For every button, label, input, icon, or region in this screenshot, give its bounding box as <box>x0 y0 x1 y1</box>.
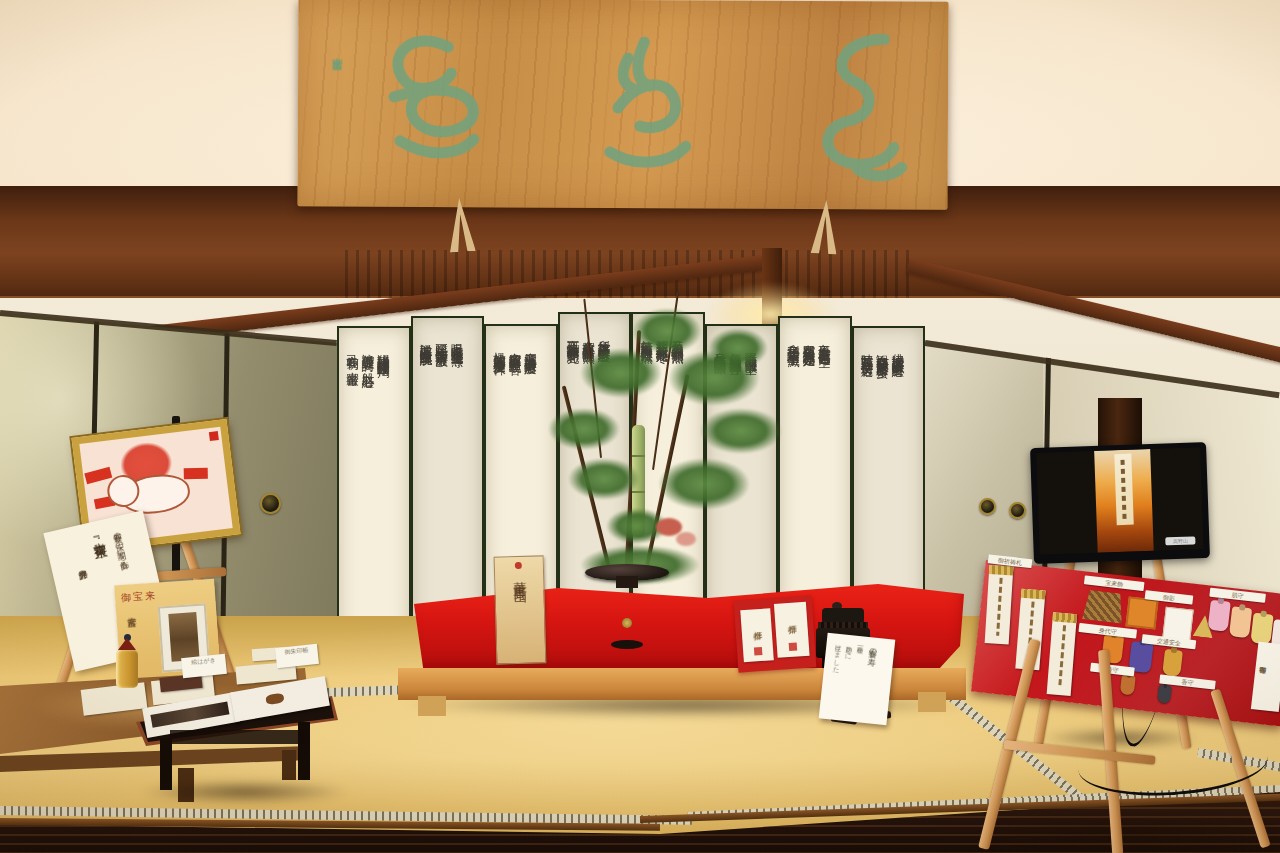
pine-needles <box>632 308 702 354</box>
tent-card: 御朱印帳 <box>275 644 319 668</box>
amulet-pouch <box>1229 606 1252 638</box>
tag-text: 華道高野山 <box>510 571 528 581</box>
pine-needles <box>700 408 782 454</box>
vase-foot <box>611 640 643 649</box>
pine-needles <box>658 458 750 510</box>
vase-body <box>602 584 652 642</box>
amulet-pouch <box>1250 613 1273 645</box>
tv-caption: 高野山 <box>1165 536 1195 545</box>
door-pull <box>260 493 281 514</box>
pine-needles <box>548 408 620 450</box>
tag-seal <box>515 562 522 569</box>
flyer-title: 御宝来 <box>121 589 158 605</box>
tent-card: 絵はがき <box>181 654 227 678</box>
door-pull <box>1009 502 1026 519</box>
plaque-calligraphy <box>297 0 948 210</box>
tv-monitor: 高野山 <box>1030 442 1210 564</box>
note-text: 御守各種 <box>1258 660 1268 661</box>
goshuin-display: 奉拝 奉拝 <box>734 595 817 672</box>
temple-room-photo: 密厳書 羯諦羯諦波羅羯諦波羅僧羯諦菩提薩婆訶 般若心経己亥初春 密厳書呪是大明呪… <box>0 0 1280 853</box>
sutra-column: 己亥初春 密厳書 <box>346 344 360 636</box>
sutra-column: 諦菩提薩婆訶 般若心経 <box>362 344 376 636</box>
lacquer-table: 絵はがき 御朱印帳 <box>126 664 340 800</box>
patterned-cloth <box>1125 596 1158 629</box>
plaque-signature: 密厳書 <box>328 48 344 144</box>
red-patch <box>184 468 208 479</box>
red-patch <box>84 467 112 484</box>
ikebana-name-tag: 華道高野山 <box>494 555 547 664</box>
table-apron <box>170 730 306 744</box>
dais-leg <box>918 692 946 712</box>
flyer-side-text: 吉祥宝来 <box>124 610 137 611</box>
tv-slideshow-image <box>1094 449 1154 553</box>
bronze-usubata-vase <box>585 558 669 652</box>
board-easel-shadow <box>980 820 1280 844</box>
scroll-print <box>150 702 229 728</box>
byobu-panel-text: 羯諦羯諦波羅羯諦波羅僧羯諦菩提薩婆訶 般若心経己亥初春 密厳書 <box>339 328 398 646</box>
vase-medallion <box>622 618 632 628</box>
goshuin-text: 奉拝 <box>750 624 763 625</box>
pine-needles <box>580 348 662 398</box>
goshuin-paper: 奉拝 <box>740 608 774 662</box>
artist-seal <box>209 431 219 441</box>
bottle-cap <box>118 638 136 650</box>
goshuin-paper: 奉拝 <box>774 602 810 658</box>
amulet-pouch <box>1208 600 1231 632</box>
tv-screen: 高野山 <box>1036 447 1203 555</box>
door-pull <box>979 498 996 515</box>
table-leg <box>160 738 172 790</box>
sutra-column: 羯諦羯諦波羅羯諦波羅僧羯 <box>377 344 391 636</box>
pine-needles <box>568 458 640 500</box>
amulet-pouch <box>1162 649 1183 677</box>
description-card-stand: 新春の寿 松一種を 心静かに 生けました <box>823 636 903 732</box>
wooden-plaque: 密厳書 <box>297 0 948 210</box>
red-stamp <box>789 643 798 652</box>
flower-accent <box>676 532 696 546</box>
tv-scroll-image <box>1114 454 1133 526</box>
red-stamp <box>754 647 763 656</box>
ofuda-envelope <box>985 565 1014 644</box>
pine-needles <box>708 328 768 368</box>
goshuin-text: 奉拝 <box>784 617 797 618</box>
pine-ikebana <box>540 290 800 600</box>
scroll-motif <box>265 692 284 705</box>
dais-leg <box>418 696 446 716</box>
description-card: 新春の寿 松一種を 心静かに 生けました <box>819 633 896 726</box>
